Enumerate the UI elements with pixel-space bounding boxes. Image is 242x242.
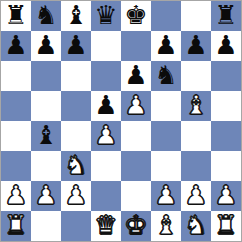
black-pawn[interactable]: ♟ <box>184 32 207 58</box>
square-e6[interactable]: ♟ <box>121 61 151 91</box>
white-pawn[interactable]: ♟ <box>4 182 27 208</box>
square-f3[interactable] <box>151 151 181 181</box>
square-f8[interactable] <box>151 1 181 31</box>
square-f7[interactable]: ♟ <box>151 31 181 61</box>
black-knight[interactable]: ♞ <box>154 62 177 88</box>
white-pawn[interactable]: ♟ <box>184 182 207 208</box>
white-rook[interactable]: ♜ <box>214 212 237 238</box>
square-f6[interactable]: ♞ <box>151 61 181 91</box>
square-g5[interactable]: ♝ <box>181 91 211 121</box>
square-e7[interactable] <box>121 31 151 61</box>
square-a3[interactable] <box>1 151 31 181</box>
white-pawn[interactable]: ♟ <box>124 92 147 118</box>
square-g7[interactable]: ♟ <box>181 31 211 61</box>
square-b4[interactable]: ♝ <box>31 121 61 151</box>
black-pawn[interactable]: ♟ <box>64 32 87 58</box>
square-a7[interactable]: ♟ <box>1 31 31 61</box>
square-a1[interactable]: ♜ <box>1 211 31 241</box>
square-d1[interactable]: ♛ <box>91 211 121 241</box>
white-pawn[interactable]: ♟ <box>154 182 177 208</box>
square-c6[interactable] <box>61 61 91 91</box>
square-g1[interactable]: ♞ <box>181 211 211 241</box>
square-b2[interactable]: ♟ <box>31 181 61 211</box>
square-c7[interactable]: ♟ <box>61 31 91 61</box>
white-pawn[interactable]: ♟ <box>214 182 237 208</box>
square-g3[interactable] <box>181 151 211 181</box>
square-a4[interactable] <box>1 121 31 151</box>
square-c4[interactable] <box>61 121 91 151</box>
square-b5[interactable] <box>31 91 61 121</box>
square-d7[interactable] <box>91 31 121 61</box>
square-h5[interactable] <box>211 91 241 121</box>
square-h8[interactable]: ♜ <box>211 1 241 31</box>
square-b3[interactable] <box>31 151 61 181</box>
black-bishop[interactable]: ♝ <box>64 2 87 28</box>
black-king[interactable]: ♚ <box>124 2 147 28</box>
black-pawn[interactable]: ♟ <box>214 32 237 58</box>
square-h6[interactable] <box>211 61 241 91</box>
square-c3[interactable]: ♞ <box>61 151 91 181</box>
white-knight[interactable]: ♞ <box>184 212 207 238</box>
black-pawn[interactable]: ♟ <box>34 32 57 58</box>
black-knight[interactable]: ♞ <box>34 2 57 28</box>
white-rook[interactable]: ♜ <box>4 212 27 238</box>
black-pawn[interactable]: ♟ <box>94 92 117 118</box>
white-knight[interactable]: ♞ <box>64 152 87 178</box>
square-d4[interactable]: ♟ <box>91 121 121 151</box>
square-h7[interactable]: ♟ <box>211 31 241 61</box>
black-pawn[interactable]: ♟ <box>154 32 177 58</box>
square-b8[interactable]: ♞ <box>31 1 61 31</box>
square-f1[interactable]: ♝ <box>151 211 181 241</box>
white-pawn[interactable]: ♟ <box>64 182 87 208</box>
black-pawn[interactable]: ♟ <box>124 62 147 88</box>
square-g6[interactable] <box>181 61 211 91</box>
black-rook[interactable]: ♜ <box>4 2 27 28</box>
white-bishop[interactable]: ♝ <box>154 212 177 238</box>
square-a8[interactable]: ♜ <box>1 1 31 31</box>
square-b1[interactable] <box>31 211 61 241</box>
square-e4[interactable] <box>121 121 151 151</box>
square-e8[interactable]: ♚ <box>121 1 151 31</box>
white-pawn[interactable]: ♟ <box>34 182 57 208</box>
square-d6[interactable] <box>91 61 121 91</box>
square-d3[interactable] <box>91 151 121 181</box>
square-c8[interactable]: ♝ <box>61 1 91 31</box>
square-a2[interactable]: ♟ <box>1 181 31 211</box>
square-b6[interactable] <box>31 61 61 91</box>
black-bishop[interactable]: ♝ <box>34 122 57 148</box>
square-h2[interactable]: ♟ <box>211 181 241 211</box>
square-g4[interactable] <box>181 121 211 151</box>
square-f2[interactable]: ♟ <box>151 181 181 211</box>
square-d5[interactable]: ♟ <box>91 91 121 121</box>
white-bishop[interactable]: ♝ <box>184 92 207 118</box>
square-d8[interactable]: ♛ <box>91 1 121 31</box>
chess-board: ♜♞♝♛♚♜♟♟♟♟♟♟♟♞♟♟♝♝♟♞♟♟♟♟♟♟♜♛♚♝♞♜ <box>0 0 242 242</box>
square-h3[interactable] <box>211 151 241 181</box>
black-rook[interactable]: ♜ <box>214 2 237 28</box>
white-queen[interactable]: ♛ <box>94 212 117 238</box>
square-c5[interactable] <box>61 91 91 121</box>
white-king[interactable]: ♚ <box>124 212 147 238</box>
square-c2[interactable]: ♟ <box>61 181 91 211</box>
square-b7[interactable]: ♟ <box>31 31 61 61</box>
square-f5[interactable] <box>151 91 181 121</box>
square-c1[interactable] <box>61 211 91 241</box>
square-e3[interactable] <box>121 151 151 181</box>
square-d2[interactable] <box>91 181 121 211</box>
square-e2[interactable] <box>121 181 151 211</box>
square-a5[interactable] <box>1 91 31 121</box>
square-e1[interactable]: ♚ <box>121 211 151 241</box>
square-h4[interactable] <box>211 121 241 151</box>
square-h1[interactable]: ♜ <box>211 211 241 241</box>
square-f4[interactable] <box>151 121 181 151</box>
white-pawn[interactable]: ♟ <box>94 122 117 148</box>
square-g2[interactable]: ♟ <box>181 181 211 211</box>
black-queen[interactable]: ♛ <box>94 2 117 28</box>
square-e5[interactable]: ♟ <box>121 91 151 121</box>
square-g8[interactable] <box>181 1 211 31</box>
square-a6[interactable] <box>1 61 31 91</box>
black-pawn[interactable]: ♟ <box>4 32 27 58</box>
